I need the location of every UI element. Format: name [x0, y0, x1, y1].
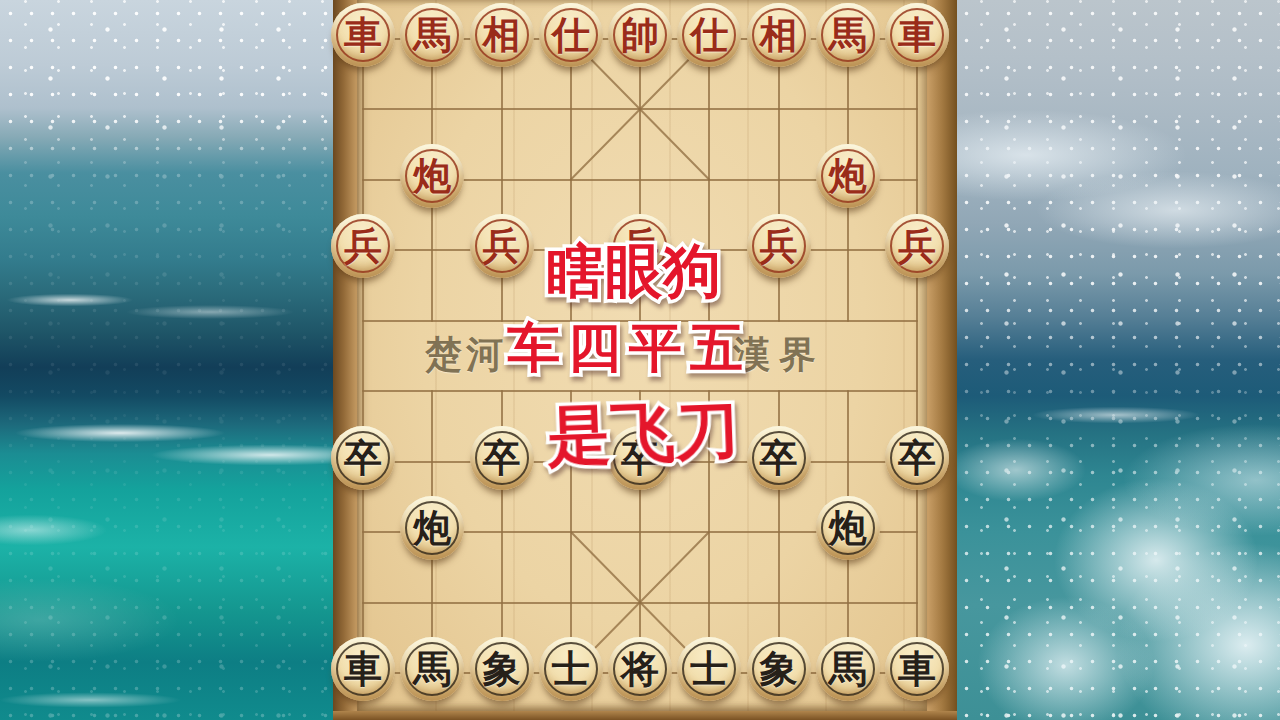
piece-black-士-r9c5[interactable]: 士 — [677, 637, 741, 701]
piece-character: 士 — [690, 650, 728, 688]
piece-character: 象 — [760, 650, 798, 688]
caption-line-2: 车四平五 — [317, 322, 941, 375]
piece-character: 車 — [344, 650, 382, 688]
piece-character: 馬 — [829, 650, 867, 688]
piece-red-車-r0c0[interactable]: 車 — [331, 3, 395, 67]
piece-red-炮-r2c7[interactable]: 炮 — [816, 144, 880, 208]
piece-character: 炮 — [413, 509, 451, 547]
piece-black-馬-r9c1[interactable]: 馬 — [400, 637, 464, 701]
piece-character: 馬 — [413, 16, 451, 54]
ocean-background-right — [956, 0, 1280, 720]
piece-black-炮-r7c1[interactable]: 炮 — [400, 496, 464, 560]
piece-character: 車 — [898, 650, 936, 688]
piece-character: 車 — [344, 16, 382, 54]
piece-character: 炮 — [829, 157, 867, 195]
piece-character: 仕 — [552, 16, 590, 54]
piece-red-馬-r0c1[interactable]: 馬 — [400, 3, 464, 67]
piece-black-車-r9c8[interactable]: 車 — [885, 637, 949, 701]
ocean-background-left — [0, 0, 334, 720]
piece-red-車-r0c8[interactable]: 車 — [885, 3, 949, 67]
piece-red-帥-r0c4[interactable]: 帥 — [608, 3, 672, 67]
piece-black-象-r9c6[interactable]: 象 — [747, 637, 811, 701]
piece-red-相-r0c2[interactable]: 相 — [470, 3, 534, 67]
piece-red-馬-r0c7[interactable]: 馬 — [816, 3, 880, 67]
piece-character: 車 — [898, 16, 936, 54]
piece-black-車-r9c0[interactable]: 車 — [331, 637, 395, 701]
piece-character: 帥 — [621, 16, 659, 54]
piece-character: 相 — [483, 16, 521, 54]
piece-black-炮-r7c7[interactable]: 炮 — [816, 496, 880, 560]
piece-character: 馬 — [829, 16, 867, 54]
piece-character: 象 — [483, 650, 521, 688]
piece-character: 相 — [760, 16, 798, 54]
piece-black-馬-r9c7[interactable]: 馬 — [816, 637, 880, 701]
piece-character: 炮 — [829, 509, 867, 547]
piece-character: 士 — [552, 650, 590, 688]
piece-black-士-r9c3[interactable]: 士 — [539, 637, 603, 701]
piece-black-象-r9c2[interactable]: 象 — [470, 637, 534, 701]
piece-character: 馬 — [413, 650, 451, 688]
caption-line-1: 瞎眼狗 — [322, 243, 946, 301]
piece-red-炮-r2c1[interactable]: 炮 — [400, 144, 464, 208]
piece-black-将-r9c4[interactable]: 将 — [608, 637, 672, 701]
piece-character: 仕 — [690, 16, 728, 54]
piece-character: 炮 — [413, 157, 451, 195]
piece-red-相-r0c6[interactable]: 相 — [747, 3, 811, 67]
piece-red-仕-r0c3[interactable]: 仕 — [539, 3, 603, 67]
piece-red-仕-r0c5[interactable]: 仕 — [677, 3, 741, 67]
piece-character: 将 — [621, 650, 659, 688]
